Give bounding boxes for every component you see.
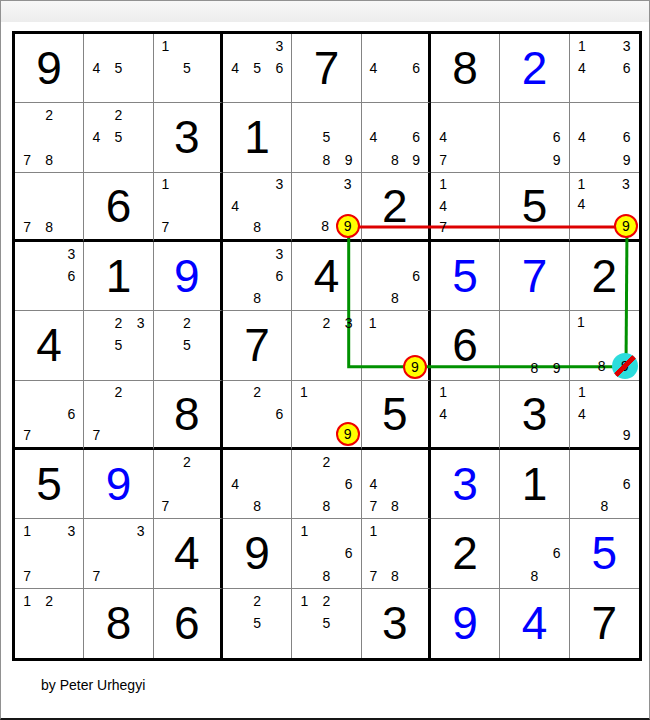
candidate-slot bbox=[338, 520, 360, 542]
candidate-1: 1 bbox=[439, 385, 447, 399]
candidate-4: 4 bbox=[369, 61, 377, 75]
candidate-1: 1 bbox=[578, 385, 586, 399]
candidate-slot: 1 bbox=[293, 520, 315, 542]
candidate-slot bbox=[293, 312, 315, 334]
candidate-grid: 368 bbox=[224, 243, 290, 309]
candidate-slot bbox=[315, 542, 337, 564]
given-digit: 6 bbox=[174, 600, 200, 646]
candidate-slot bbox=[38, 520, 60, 542]
candidate-slot bbox=[60, 104, 82, 126]
cell-r4c3[interactable]: 9 bbox=[154, 242, 223, 311]
candidate-slot bbox=[616, 382, 638, 403]
candidate-slot bbox=[246, 174, 268, 195]
candidate-slot bbox=[224, 635, 246, 657]
candidate-2: 2 bbox=[183, 316, 191, 330]
candidate-slot bbox=[268, 195, 290, 216]
candidate-slot: 9 bbox=[616, 425, 638, 446]
cell-r9c1[interactable]: 12 bbox=[15, 589, 84, 658]
cell-r1c5[interactable]: 7 bbox=[292, 34, 361, 103]
candidate-slot: 8 bbox=[246, 217, 268, 238]
candidate-slot bbox=[384, 126, 405, 148]
candidate-slot bbox=[85, 79, 107, 101]
candidate-slot bbox=[403, 333, 427, 354]
candidate-slot: 1 bbox=[571, 35, 593, 57]
candidate-slot: 7 bbox=[16, 565, 38, 587]
candidate-slot bbox=[616, 451, 638, 473]
candidate-slot bbox=[571, 149, 593, 171]
cell-r1c3[interactable]: 15 bbox=[154, 34, 223, 103]
candidate-slot: 7 bbox=[85, 425, 107, 446]
cell-r8c6[interactable]: 178 bbox=[362, 519, 431, 588]
cell-r9c8[interactable]: 4 bbox=[500, 589, 569, 658]
cell-r4c4[interactable]: 368 bbox=[223, 242, 292, 311]
candidate-slot bbox=[130, 334, 152, 356]
candidate-slot bbox=[198, 57, 219, 79]
candidate-slot bbox=[476, 149, 498, 171]
candidate-slot bbox=[107, 357, 129, 379]
candidate-slot bbox=[85, 312, 107, 334]
solved-digit: 9 bbox=[174, 253, 200, 299]
candidate-slot bbox=[363, 333, 383, 354]
candidate-slot: 4 bbox=[432, 403, 454, 424]
chain-candidate-9[interactable]: 9 bbox=[614, 214, 638, 238]
cell-r1c7[interactable]: 8 bbox=[431, 34, 500, 103]
candidate-slot: 6 bbox=[60, 403, 82, 424]
cell-r3c1[interactable]: 78 bbox=[15, 173, 84, 242]
candidate-slot bbox=[338, 104, 360, 126]
cell-r5c9[interactable]: 189 bbox=[570, 311, 639, 380]
candidate-slot bbox=[60, 149, 82, 171]
solved-digit: 5 bbox=[592, 530, 618, 576]
candidate-grid: 19 bbox=[363, 312, 427, 378]
candidate-slot bbox=[293, 495, 315, 517]
candidate-slot bbox=[523, 126, 545, 148]
cell-r9c3[interactable]: 6 bbox=[154, 589, 223, 658]
candidate-slot: 9 bbox=[406, 149, 427, 171]
cell-r3c7[interactable]: 147 bbox=[431, 173, 500, 242]
cell-r4c2[interactable]: 1 bbox=[84, 242, 153, 311]
given-digit: 3 bbox=[522, 391, 548, 437]
cell-r6c4[interactable]: 26 bbox=[223, 381, 292, 450]
candidate-slot bbox=[546, 312, 568, 334]
candidate-slot: 1 bbox=[155, 174, 176, 195]
candidate-slot: 3 bbox=[130, 520, 152, 542]
candidate-slot bbox=[315, 473, 337, 495]
candidate-slot bbox=[38, 287, 60, 309]
cell-r5c2[interactable]: 235 bbox=[84, 311, 153, 380]
cell-r5c7[interactable]: 6 bbox=[431, 311, 500, 380]
candidate-slot bbox=[85, 35, 107, 57]
cell-r9c9[interactable]: 7 bbox=[570, 589, 639, 658]
cell-r5c6[interactable]: 19 bbox=[362, 311, 431, 380]
cell-r2c4[interactable]: 1 bbox=[223, 103, 292, 172]
candidate-slot: 4 bbox=[85, 126, 107, 148]
candidate-slot bbox=[107, 149, 129, 171]
candidate-1: 1 bbox=[577, 315, 585, 329]
candidate-grid: 47 bbox=[432, 104, 498, 170]
candidate-slot: 7 bbox=[155, 495, 176, 517]
candidate-slot bbox=[523, 542, 545, 564]
candidate-slot bbox=[612, 312, 638, 332]
cell-r8c5[interactable]: 168 bbox=[292, 519, 361, 588]
given-digit: 3 bbox=[382, 600, 408, 646]
candidate-slot bbox=[476, 382, 498, 403]
cell-r1c1[interactable]: 9 bbox=[15, 34, 84, 103]
candidate-slot: 9 bbox=[616, 149, 638, 171]
chain-candidate-9[interactable]: 9 bbox=[336, 214, 360, 238]
candidate-slot: 9 bbox=[546, 357, 568, 379]
given-digit: 2 bbox=[382, 183, 408, 229]
given-digit: 4 bbox=[36, 322, 62, 368]
candidate-4: 4 bbox=[578, 197, 586, 211]
candidate-slot bbox=[336, 402, 360, 422]
candidate-slot bbox=[155, 79, 176, 101]
candidate-slot bbox=[198, 451, 219, 473]
candidate-slot bbox=[571, 353, 592, 379]
cell-r7c6[interactable]: 478 bbox=[362, 450, 431, 519]
cell-r6c3[interactable]: 8 bbox=[154, 381, 223, 450]
cell-r5c3[interactable]: 25 bbox=[154, 311, 223, 380]
candidate-slot bbox=[107, 403, 129, 424]
cell-r8c4[interactable]: 9 bbox=[223, 519, 292, 588]
candidate-slot bbox=[406, 451, 427, 473]
cell-r4c9[interactable]: 2 bbox=[570, 242, 639, 311]
candidate-slot bbox=[224, 590, 246, 612]
candidate-slot: 3 bbox=[616, 35, 638, 57]
candidate-slot bbox=[454, 104, 476, 126]
candidate-slot bbox=[60, 195, 82, 216]
cell-r7c2[interactable]: 9 bbox=[84, 450, 153, 519]
candidate-5: 5 bbox=[253, 616, 261, 630]
candidate-8: 8 bbox=[323, 153, 331, 167]
cell-r8c2[interactable]: 37 bbox=[84, 519, 153, 588]
cell-r4c1[interactable]: 36 bbox=[15, 242, 84, 311]
cell-r5c1[interactable]: 4 bbox=[15, 311, 84, 380]
candidate-slot: 4 bbox=[85, 57, 107, 79]
candidate-slot: 2 bbox=[315, 590, 337, 612]
candidate-slot: 1 bbox=[16, 590, 38, 612]
candidate-2: 2 bbox=[253, 385, 261, 399]
cell-r7c3[interactable]: 27 bbox=[154, 450, 223, 519]
cell-r3c9[interactable]: 1349 bbox=[570, 173, 639, 242]
cell-r6c8[interactable]: 3 bbox=[500, 381, 569, 450]
candidate-slot bbox=[293, 194, 314, 214]
cell-r2c2[interactable]: 245 bbox=[84, 103, 153, 172]
cell-r1c4[interactable]: 3456 bbox=[223, 34, 292, 103]
cell-r5c4[interactable]: 7 bbox=[223, 311, 292, 380]
candidate-slot: 7 bbox=[85, 565, 107, 587]
cell-r9c7[interactable]: 9 bbox=[431, 589, 500, 658]
candidate-slot: 8 bbox=[315, 149, 337, 171]
candidate-slot bbox=[406, 473, 427, 495]
candidate-slot bbox=[476, 126, 498, 148]
cell-r8c3[interactable]: 4 bbox=[154, 519, 223, 588]
candidate-8: 8 bbox=[253, 220, 261, 234]
candidate-slot: 8 bbox=[384, 495, 405, 517]
candidate-slot bbox=[571, 451, 593, 473]
cell-r8c7[interactable]: 2 bbox=[431, 519, 500, 588]
cell-r3c6[interactable]: 2 bbox=[362, 173, 431, 242]
candidate-slot bbox=[593, 126, 615, 148]
cell-r3c3[interactable]: 17 bbox=[154, 173, 223, 242]
candidate-slot bbox=[16, 635, 38, 657]
cell-r6c7[interactable]: 14 bbox=[431, 381, 500, 450]
cell-r4c6[interactable]: 68 bbox=[362, 242, 431, 311]
candidate-slot bbox=[224, 612, 246, 634]
candidate-slot bbox=[314, 382, 335, 402]
candidate-6: 6 bbox=[275, 269, 283, 283]
candidate-slot bbox=[363, 35, 384, 57]
candidate-1: 1 bbox=[369, 524, 377, 538]
cell-r1c6[interactable]: 46 bbox=[362, 34, 431, 103]
candidate-slot bbox=[571, 495, 593, 517]
cell-r3c8[interactable]: 5 bbox=[500, 173, 569, 242]
candidate-7: 7 bbox=[161, 220, 169, 234]
cell-r2c7[interactable]: 47 bbox=[431, 103, 500, 172]
candidate-slot: 6 bbox=[616, 57, 638, 79]
candidate-slot: 2 bbox=[246, 382, 268, 403]
candidate-slot bbox=[16, 382, 38, 403]
candidate-6: 6 bbox=[67, 407, 75, 421]
candidate-slot bbox=[60, 126, 82, 148]
candidate-7: 7 bbox=[369, 569, 377, 583]
cell-r5c5[interactable]: 23 bbox=[292, 311, 361, 380]
candidate-slot bbox=[546, 520, 568, 542]
candidate-slot bbox=[384, 57, 405, 79]
cell-r7c1[interactable]: 5 bbox=[15, 450, 84, 519]
given-digit: 5 bbox=[36, 461, 62, 507]
candidate-slot bbox=[406, 565, 427, 587]
candidate-slot bbox=[363, 265, 384, 287]
candidate-slot bbox=[198, 357, 219, 379]
eliminated-candidate-9[interactable]: 9 bbox=[612, 353, 638, 379]
candidate-slot bbox=[16, 403, 38, 424]
candidate-slot bbox=[315, 635, 337, 657]
candidate-slot: 4 bbox=[224, 57, 246, 79]
candidate-grid: 14 bbox=[432, 382, 498, 446]
candidate-8: 8 bbox=[391, 569, 399, 583]
candidate-5: 5 bbox=[115, 338, 123, 352]
candidate-slot bbox=[224, 217, 246, 238]
cell-r2c5[interactable]: 589 bbox=[292, 103, 361, 172]
candidate-8: 8 bbox=[600, 499, 608, 513]
cell-r8c8[interactable]: 68 bbox=[500, 519, 569, 588]
cell-r3c5[interactable]: 389 bbox=[292, 173, 361, 242]
candidate-slot bbox=[546, 334, 568, 356]
candidate-slot: 8 bbox=[591, 353, 612, 379]
candidate-slot bbox=[314, 174, 335, 194]
candidate-grid: 23 bbox=[293, 312, 359, 378]
candidate-slot bbox=[38, 126, 60, 148]
candidate-6: 6 bbox=[623, 61, 631, 75]
candidate-slot bbox=[85, 334, 107, 356]
candidate-slot: 5 bbox=[315, 612, 337, 634]
candidate-slot bbox=[16, 612, 38, 634]
cell-r4c7[interactable]: 5 bbox=[431, 242, 500, 311]
candidate-1: 1 bbox=[23, 524, 31, 538]
candidate-slot: 1 bbox=[293, 590, 315, 612]
candidate-1: 1 bbox=[300, 385, 308, 399]
candidate-9: 9 bbox=[623, 428, 631, 442]
candidate-slot bbox=[593, 451, 615, 473]
cell-r8c9[interactable]: 5 bbox=[570, 519, 639, 588]
candidate-slot: 9 bbox=[336, 214, 360, 238]
candidate-slot bbox=[246, 451, 268, 473]
cell-r1c2[interactable]: 45 bbox=[84, 34, 153, 103]
candidate-slot bbox=[85, 403, 107, 424]
candidate-1: 1 bbox=[23, 594, 31, 608]
cell-r6c2[interactable]: 27 bbox=[84, 381, 153, 450]
candidate-slot bbox=[130, 382, 152, 403]
candidate-slot bbox=[198, 217, 219, 238]
cell-r1c9[interactable]: 1346 bbox=[570, 34, 639, 103]
candidate-slot bbox=[246, 195, 268, 216]
candidate-slot bbox=[406, 520, 427, 542]
candidate-slot bbox=[293, 451, 315, 473]
candidate-slot bbox=[38, 195, 60, 216]
candidate-slot bbox=[384, 451, 405, 473]
cell-r9c2[interactable]: 8 bbox=[84, 589, 153, 658]
cell-r6c5[interactable]: 19 bbox=[292, 381, 361, 450]
candidate-slot bbox=[571, 425, 593, 446]
candidate-slot: 9 bbox=[546, 149, 568, 171]
candidate-slot bbox=[591, 312, 612, 332]
candidate-7: 7 bbox=[23, 153, 31, 167]
cell-r6c9[interactable]: 149 bbox=[570, 381, 639, 450]
candidate-slot bbox=[155, 357, 176, 379]
cell-r2c3[interactable]: 3 bbox=[154, 103, 223, 172]
cell-r3c4[interactable]: 348 bbox=[223, 173, 292, 242]
candidate-8: 8 bbox=[45, 153, 53, 167]
cell-r4c5[interactable]: 4 bbox=[292, 242, 361, 311]
candidate-slot bbox=[384, 542, 405, 564]
cell-r6c1[interactable]: 67 bbox=[15, 381, 84, 450]
candidate-grid: 78 bbox=[16, 174, 82, 238]
cell-r7c9[interactable]: 68 bbox=[570, 450, 639, 519]
cell-r7c8[interactable]: 1 bbox=[500, 450, 569, 519]
candidate-slot bbox=[130, 357, 152, 379]
solved-digit: 7 bbox=[522, 253, 548, 299]
candidate-1: 1 bbox=[300, 524, 308, 538]
candidate-9: 9 bbox=[553, 361, 561, 375]
candidate-slot bbox=[571, 332, 592, 352]
cell-r4c8[interactable]: 7 bbox=[500, 242, 569, 311]
candidate-grid: 25 bbox=[155, 312, 219, 378]
candidate-slot: 1 bbox=[571, 382, 593, 403]
candidate-slot bbox=[107, 542, 129, 564]
candidate-slot bbox=[16, 126, 38, 148]
candidate-9: 9 bbox=[412, 153, 420, 167]
cell-r2c9[interactable]: 469 bbox=[570, 103, 639, 172]
candidate-6: 6 bbox=[275, 407, 283, 421]
candidate-grid: 268 bbox=[293, 451, 359, 517]
candidate-slot bbox=[616, 495, 638, 517]
candidate-slot bbox=[38, 174, 60, 195]
candidate-6: 6 bbox=[623, 477, 631, 491]
given-digit: 2 bbox=[592, 253, 618, 299]
cell-r8c1[interactable]: 137 bbox=[15, 519, 84, 588]
candidate-grid: 69 bbox=[501, 104, 567, 170]
candidate-slot bbox=[593, 473, 615, 495]
chain-candidate-9[interactable]: 9 bbox=[336, 422, 360, 446]
candidate-slot bbox=[155, 473, 176, 495]
candidate-slot bbox=[198, 35, 219, 57]
candidate-slot: 3 bbox=[130, 312, 152, 334]
candidate-slot: 7 bbox=[363, 565, 384, 587]
chain-candidate-9[interactable]: 9 bbox=[403, 355, 427, 379]
candidate-slot: 5 bbox=[315, 126, 337, 148]
candidate-slot bbox=[501, 542, 523, 564]
candidate-slot bbox=[454, 126, 476, 148]
candidate-grid: 137 bbox=[16, 520, 82, 586]
candidate-slot bbox=[176, 495, 197, 517]
given-digit: 1 bbox=[522, 461, 548, 507]
candidate-slot: 1 bbox=[363, 520, 384, 542]
candidate-slot bbox=[523, 312, 545, 334]
candidate-slot bbox=[268, 495, 290, 517]
candidate-slot: 3 bbox=[268, 35, 290, 57]
cell-r2c6[interactable]: 4689 bbox=[362, 103, 431, 172]
candidate-2: 2 bbox=[115, 385, 123, 399]
given-digit: 6 bbox=[452, 322, 478, 368]
candidate-slot bbox=[571, 214, 593, 238]
candidate-slot bbox=[224, 382, 246, 403]
candidate-7: 7 bbox=[92, 428, 100, 442]
candidate-slot bbox=[432, 104, 454, 126]
candidate-slot bbox=[501, 126, 523, 148]
cell-r9c4[interactable]: 25 bbox=[223, 589, 292, 658]
cell-r7c4[interactable]: 48 bbox=[223, 450, 292, 519]
cell-r7c5[interactable]: 268 bbox=[292, 450, 361, 519]
cell-r5c8[interactable]: 89 bbox=[500, 311, 569, 380]
candidate-9: 9 bbox=[553, 153, 561, 167]
candidate-slot bbox=[593, 403, 615, 424]
candidate-slot: 5 bbox=[176, 334, 197, 356]
candidate-slot bbox=[130, 425, 152, 446]
cell-r9c5[interactable]: 125 bbox=[292, 589, 361, 658]
cell-r7c7[interactable]: 3 bbox=[431, 450, 500, 519]
cell-r1c8[interactable]: 2 bbox=[500, 34, 569, 103]
cell-r3c2[interactable]: 6 bbox=[84, 173, 153, 242]
candidate-slot bbox=[476, 217, 498, 238]
candidate-grid: 245 bbox=[85, 104, 151, 170]
candidate-slot bbox=[363, 451, 384, 473]
candidate-slot bbox=[224, 174, 246, 195]
candidate-slot bbox=[501, 104, 523, 126]
cell-r6c6[interactable]: 5 bbox=[362, 381, 431, 450]
candidate-slot bbox=[107, 79, 129, 101]
candidate-slot: 6 bbox=[546, 126, 568, 148]
candidate-slot bbox=[293, 357, 315, 379]
cell-r9c6[interactable]: 3 bbox=[362, 589, 431, 658]
candidate-slot bbox=[293, 402, 314, 422]
candidate-slot bbox=[432, 425, 454, 446]
candidate-slot bbox=[592, 214, 614, 238]
candidate-slot: 8 bbox=[384, 565, 405, 587]
candidate-slot: 2 bbox=[176, 451, 197, 473]
given-digit: 8 bbox=[174, 391, 200, 437]
candidate-8: 8 bbox=[531, 361, 539, 375]
candidate-slot: 2 bbox=[246, 590, 268, 612]
candidate-slot: 4 bbox=[571, 126, 593, 148]
cell-r2c8[interactable]: 69 bbox=[500, 103, 569, 172]
candidate-grid: 1346 bbox=[571, 35, 638, 101]
candidate-slot bbox=[130, 57, 152, 79]
candidate-5: 5 bbox=[323, 616, 331, 630]
cell-r2c1[interactable]: 278 bbox=[15, 103, 84, 172]
candidate-slot bbox=[130, 126, 152, 148]
candidate-4: 4 bbox=[578, 130, 586, 144]
